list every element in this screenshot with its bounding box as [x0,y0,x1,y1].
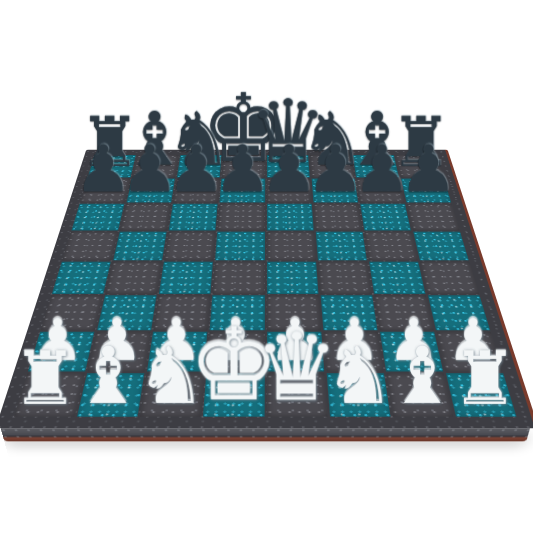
square-b5[interactable] [113,231,167,260]
square-b1[interactable]: ♝ [77,373,145,417]
square-h1[interactable]: ♜ [446,373,517,417]
square-a4[interactable] [52,262,111,294]
square-f7[interactable]: ♟ [311,178,358,202]
chess-board: ♜♝♞♚♛♞♝♜♟♟♟♟♟♟♟♟♟♟♟♟♟♟♟♟♜♝♞♚♛♞♝♜ [0,150,533,428]
square-d7[interactable]: ♟ [220,178,265,202]
white-rook[interactable]: ♜ [453,341,519,415]
white-rook[interactable]: ♜ [12,341,78,415]
square-h5[interactable] [413,231,469,260]
square-d6[interactable] [218,204,265,231]
white-knight[interactable]: ♞ [324,336,395,415]
square-e1[interactable]: ♛ [267,373,328,417]
square-g7[interactable]: ♟ [356,178,405,202]
square-b4[interactable] [106,262,163,294]
white-bishop[interactable]: ♝ [387,336,458,415]
scene: ♜♝♞♚♛♞♝♜♟♟♟♟♟♟♟♟♟♟♟♟♟♟♟♟♜♝♞♚♛♞♝♜ [0,0,533,533]
square-h6[interactable] [407,204,460,231]
square-g6[interactable] [360,204,411,231]
square-f6[interactable] [313,204,362,231]
square-c4[interactable] [159,262,213,294]
square-c6[interactable] [169,204,218,231]
square-c5[interactable] [164,231,215,260]
square-e6[interactable] [267,204,314,231]
square-f5[interactable] [315,231,366,260]
square-f4[interactable] [318,262,372,294]
white-bishop[interactable]: ♝ [72,336,143,415]
square-g4[interactable] [369,262,425,294]
square-d4[interactable] [213,262,265,294]
square-e7[interactable]: ♟ [267,178,312,202]
square-g1[interactable]: ♝ [386,373,453,417]
square-h4[interactable] [420,262,479,294]
square-d5[interactable] [215,231,264,260]
square-b6[interactable] [120,204,171,231]
square-e4[interactable] [267,262,319,294]
square-g5[interactable] [364,231,418,260]
square-a5[interactable] [62,231,118,260]
square-e5[interactable] [267,231,316,260]
square-a6[interactable] [71,204,124,231]
board-front-edge [0,428,530,441]
black-pawn[interactable]: ♟ [399,137,457,202]
square-h7[interactable]: ♟ [401,178,451,202]
square-f1[interactable]: ♞ [326,373,390,417]
